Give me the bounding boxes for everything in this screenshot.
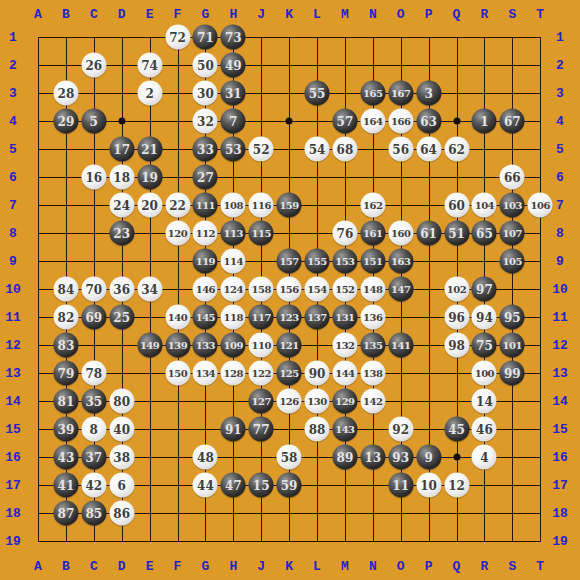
- stone-black-H15: 91: [221, 417, 246, 442]
- row-label-left: 19: [5, 535, 21, 548]
- row-label-left: 4: [9, 115, 17, 128]
- column-label-top: C: [90, 8, 98, 21]
- stone-white-N11: 136: [360, 305, 385, 330]
- stone-white-F13: 150: [165, 361, 190, 386]
- stone-black-M4: 57: [332, 109, 357, 134]
- stone-white-M12: 132: [332, 333, 357, 358]
- stone-black-O17: 11: [388, 473, 413, 498]
- stone-white-Q10: 102: [444, 277, 469, 302]
- stone-white-C2: 26: [81, 53, 106, 78]
- stone-black-G12: 133: [193, 333, 218, 358]
- column-label-bottom: D: [118, 560, 126, 573]
- column-label-bottom: J: [257, 560, 265, 573]
- stone-black-N8: 161: [360, 221, 385, 246]
- stone-white-L5: 54: [305, 137, 330, 162]
- stone-black-S11: 95: [500, 305, 525, 330]
- stone-white-D7: 24: [109, 193, 134, 218]
- column-label-bottom: P: [425, 560, 433, 573]
- column-label-bottom: B: [62, 560, 70, 573]
- column-label-bottom: N: [369, 560, 377, 573]
- row-label-right: 3: [556, 87, 564, 100]
- stone-white-N13: 138: [360, 361, 385, 386]
- row-label-right: 10: [552, 283, 568, 296]
- column-label-top: O: [397, 8, 405, 21]
- stone-black-H5: 53: [221, 137, 246, 162]
- stone-black-R4: 1: [472, 109, 497, 134]
- stone-black-C18: 85: [81, 501, 106, 526]
- stone-black-P4: 63: [416, 109, 441, 134]
- column-label-bottom: T: [536, 560, 544, 573]
- stone-white-K10: 156: [277, 277, 302, 302]
- stone-white-Q7: 60: [444, 193, 469, 218]
- stone-white-P17: 10: [416, 473, 441, 498]
- column-label-top: P: [425, 8, 433, 21]
- stone-white-D18: 86: [109, 501, 134, 526]
- column-label-top: F: [174, 8, 182, 21]
- stone-black-S9: 105: [500, 249, 525, 274]
- star-point-D4: [118, 118, 125, 125]
- stone-white-B3: 28: [53, 81, 78, 106]
- column-label-top: M: [341, 8, 349, 21]
- column-label-bottom: E: [146, 560, 154, 573]
- stone-black-S7: 103: [500, 193, 525, 218]
- stone-white-R15: 46: [472, 417, 497, 442]
- stone-white-K14: 126: [277, 389, 302, 414]
- stone-white-F8: 120: [165, 221, 190, 246]
- column-label-top: D: [118, 8, 126, 21]
- stone-black-O9: 163: [388, 249, 413, 274]
- row-label-right: 12: [552, 339, 568, 352]
- stone-white-N7: 162: [360, 193, 385, 218]
- stone-white-P5: 64: [416, 137, 441, 162]
- stone-white-O8: 160: [388, 221, 413, 246]
- row-label-left: 1: [9, 31, 17, 44]
- stone-white-Q11: 96: [444, 305, 469, 330]
- stone-white-G4: 32: [193, 109, 218, 134]
- stone-black-L9: 155: [305, 249, 330, 274]
- stone-white-C17: 42: [81, 473, 106, 498]
- row-label-left: 17: [5, 479, 21, 492]
- stone-black-M14: 129: [332, 389, 357, 414]
- column-label-top: Q: [453, 8, 461, 21]
- stone-black-K7: 159: [277, 193, 302, 218]
- stone-black-N16: 13: [360, 445, 385, 470]
- row-label-right: 7: [556, 199, 564, 212]
- row-label-left: 13: [5, 367, 21, 380]
- stone-black-M15: 143: [332, 417, 357, 442]
- stone-black-Q8: 51: [444, 221, 469, 246]
- column-label-top: J: [257, 8, 265, 21]
- stone-black-H17: 47: [221, 473, 246, 498]
- stone-black-J8: 115: [249, 221, 274, 246]
- stone-black-B16: 43: [53, 445, 78, 470]
- row-label-left: 12: [5, 339, 21, 352]
- column-label-bottom: L: [313, 560, 321, 573]
- stone-white-J7: 116: [249, 193, 274, 218]
- column-label-top: G: [201, 8, 209, 21]
- column-label-bottom: A: [34, 560, 42, 573]
- stone-white-D15: 40: [109, 417, 134, 442]
- stone-white-L14: 130: [305, 389, 330, 414]
- stone-white-J12: 110: [249, 333, 274, 358]
- row-label-left: 3: [9, 87, 17, 100]
- stone-black-H3: 31: [221, 81, 246, 106]
- stone-black-E6: 19: [137, 165, 162, 190]
- stone-black-P8: 61: [416, 221, 441, 246]
- stone-white-G16: 48: [193, 445, 218, 470]
- stone-white-J5: 52: [249, 137, 274, 162]
- row-label-right: 17: [552, 479, 568, 492]
- grid-line-horizontal: [38, 541, 541, 542]
- stone-black-H1: 73: [221, 25, 246, 50]
- stone-black-P3: 3: [416, 81, 441, 106]
- stone-white-B11: 82: [53, 305, 78, 330]
- stone-white-R13: 100: [472, 361, 497, 386]
- stone-white-E10: 34: [137, 277, 162, 302]
- stone-black-G9: 119: [193, 249, 218, 274]
- row-label-right: 4: [556, 115, 564, 128]
- stone-black-B12: 83: [53, 333, 78, 358]
- stone-white-N14: 142: [360, 389, 385, 414]
- stone-white-O4: 166: [388, 109, 413, 134]
- stone-black-B13: 79: [53, 361, 78, 386]
- stone-white-O15: 92: [388, 417, 413, 442]
- stone-black-Q15: 45: [444, 417, 469, 442]
- column-label-top: A: [34, 8, 42, 21]
- stone-white-L15: 88: [305, 417, 330, 442]
- stone-white-Q17: 12: [444, 473, 469, 498]
- stone-white-G2: 50: [193, 53, 218, 78]
- column-label-top: L: [313, 8, 321, 21]
- stone-black-H4: 7: [221, 109, 246, 134]
- stone-black-O12: 141: [388, 333, 413, 358]
- row-label-left: 6: [9, 171, 17, 184]
- stone-black-J11: 117: [249, 305, 274, 330]
- stone-black-C14: 35: [81, 389, 106, 414]
- stone-black-S13: 99: [500, 361, 525, 386]
- stone-white-R11: 94: [472, 305, 497, 330]
- stone-white-K16: 58: [277, 445, 302, 470]
- column-label-top: T: [536, 8, 544, 21]
- row-label-left: 10: [5, 283, 21, 296]
- stone-black-O3: 167: [388, 81, 413, 106]
- row-label-right: 2: [556, 59, 564, 72]
- column-label-bottom: C: [90, 560, 98, 573]
- stone-white-N10: 148: [360, 277, 385, 302]
- stone-black-R8: 65: [472, 221, 497, 246]
- stone-white-J10: 158: [249, 277, 274, 302]
- row-label-right: 11: [552, 311, 568, 324]
- stone-white-B10: 84: [53, 277, 78, 302]
- stone-black-G6: 27: [193, 165, 218, 190]
- stone-black-L11: 137: [305, 305, 330, 330]
- stone-white-G8: 112: [193, 221, 218, 246]
- stone-white-R14: 14: [472, 389, 497, 414]
- stone-white-Q5: 62: [444, 137, 469, 162]
- stone-black-M11: 131: [332, 305, 357, 330]
- stone-black-E5: 21: [137, 137, 162, 162]
- stone-white-T7: 106: [528, 193, 553, 218]
- row-label-left: 8: [9, 227, 17, 240]
- stone-white-F1: 72: [165, 25, 190, 50]
- column-label-bottom: F: [174, 560, 182, 573]
- stone-black-B15: 39: [53, 417, 78, 442]
- stone-white-E2: 74: [137, 53, 162, 78]
- stone-black-S8: 107: [500, 221, 525, 246]
- column-label-top: R: [480, 8, 488, 21]
- column-label-bottom: R: [480, 560, 488, 573]
- column-label-bottom: G: [201, 560, 209, 573]
- stone-black-C11: 69: [81, 305, 106, 330]
- stone-black-E12: 149: [137, 333, 162, 358]
- stone-black-L3: 55: [305, 81, 330, 106]
- column-label-top: B: [62, 8, 70, 21]
- stone-black-K12: 121: [277, 333, 302, 358]
- row-label-left: 15: [5, 423, 21, 436]
- stone-black-J15: 77: [249, 417, 274, 442]
- stone-black-H12: 109: [221, 333, 246, 358]
- stone-white-D17: 6: [109, 473, 134, 498]
- grid-line-vertical: [540, 37, 541, 542]
- stone-white-M10: 152: [332, 277, 357, 302]
- stone-black-K13: 125: [277, 361, 302, 386]
- stone-black-G7: 111: [193, 193, 218, 218]
- stone-white-L13: 90: [305, 361, 330, 386]
- star-point-K4: [286, 118, 293, 125]
- stone-black-C16: 37: [81, 445, 106, 470]
- row-label-right: 1: [556, 31, 564, 44]
- column-label-bottom: S: [508, 560, 516, 573]
- stone-black-G1: 71: [193, 25, 218, 50]
- stone-black-S12: 101: [500, 333, 525, 358]
- stone-white-H11: 118: [221, 305, 246, 330]
- row-label-left: 11: [5, 311, 21, 324]
- column-label-bottom: Q: [453, 560, 461, 573]
- stone-white-M8: 76: [332, 221, 357, 246]
- stone-white-D14: 80: [109, 389, 134, 414]
- stone-black-R10: 97: [472, 277, 497, 302]
- stone-black-N3: 165: [360, 81, 385, 106]
- stone-white-H13: 128: [221, 361, 246, 386]
- row-label-right: 8: [556, 227, 564, 240]
- stone-black-D11: 25: [109, 305, 134, 330]
- stone-black-H8: 113: [221, 221, 246, 246]
- row-label-right: 9: [556, 255, 564, 268]
- column-label-top: E: [146, 8, 154, 21]
- column-label-top: S: [508, 8, 516, 21]
- stone-black-K11: 123: [277, 305, 302, 330]
- row-label-left: 14: [5, 395, 21, 408]
- stone-black-B17: 41: [53, 473, 78, 498]
- column-label-top: H: [229, 8, 237, 21]
- stone-black-O16: 93: [388, 445, 413, 470]
- stone-black-K17: 59: [277, 473, 302, 498]
- stone-white-O5: 56: [388, 137, 413, 162]
- stone-white-J13: 122: [249, 361, 274, 386]
- stone-white-E3: 2: [137, 81, 162, 106]
- stone-white-S6: 66: [500, 165, 525, 190]
- stone-white-C10: 70: [81, 277, 106, 302]
- stone-white-F11: 140: [165, 305, 190, 330]
- stone-black-N9: 151: [360, 249, 385, 274]
- row-label-left: 16: [5, 451, 21, 464]
- stone-white-D10: 36: [109, 277, 134, 302]
- stone-white-C15: 8: [81, 417, 106, 442]
- star-point-Q16: [453, 454, 460, 461]
- stone-white-H9: 114: [221, 249, 246, 274]
- stone-white-D6: 18: [109, 165, 134, 190]
- stone-white-H10: 124: [221, 277, 246, 302]
- stone-white-D16: 38: [109, 445, 134, 470]
- stone-black-D5: 17: [109, 137, 134, 162]
- stone-black-J14: 127: [249, 389, 274, 414]
- row-label-right: 5: [556, 143, 564, 156]
- row-label-left: 2: [9, 59, 17, 72]
- row-label-right: 18: [552, 507, 568, 520]
- stone-black-R12: 75: [472, 333, 497, 358]
- row-label-left: 5: [9, 143, 17, 156]
- stone-black-C4: 5: [81, 109, 106, 134]
- row-label-right: 13: [552, 367, 568, 380]
- stone-black-G5: 33: [193, 137, 218, 162]
- stone-black-K9: 157: [277, 249, 302, 274]
- row-label-right: 16: [552, 451, 568, 464]
- stone-black-S4: 67: [500, 109, 525, 134]
- star-point-Q4: [453, 118, 460, 125]
- stone-black-D8: 23: [109, 221, 134, 246]
- stone-white-N4: 164: [360, 109, 385, 134]
- column-label-top: N: [369, 8, 377, 21]
- stone-black-J17: 15: [249, 473, 274, 498]
- stone-black-M9: 153: [332, 249, 357, 274]
- stone-white-C6: 16: [81, 165, 106, 190]
- row-label-left: 9: [9, 255, 17, 268]
- row-label-left: 7: [9, 199, 17, 212]
- column-label-bottom: O: [397, 560, 405, 573]
- stone-black-P16: 9: [416, 445, 441, 470]
- stone-black-O10: 147: [388, 277, 413, 302]
- stone-white-L10: 154: [305, 277, 330, 302]
- stone-black-N12: 135: [360, 333, 385, 358]
- column-label-top: K: [285, 8, 293, 21]
- column-label-bottom: H: [229, 560, 237, 573]
- stone-white-G17: 44: [193, 473, 218, 498]
- go-board[interactable]: AABBCCDDEEFFGGHHJJKKLLMMNNOOPPQQRRSSTT11…: [0, 0, 580, 580]
- row-label-left: 18: [5, 507, 21, 520]
- stone-black-H2: 49: [221, 53, 246, 78]
- stone-white-E7: 20: [137, 193, 162, 218]
- stone-white-M5: 68: [332, 137, 357, 162]
- stone-black-B4: 29: [53, 109, 78, 134]
- stone-white-M13: 144: [332, 361, 357, 386]
- stone-white-R7: 104: [472, 193, 497, 218]
- row-label-right: 19: [552, 535, 568, 548]
- stone-white-G13: 134: [193, 361, 218, 386]
- stone-white-Q12: 98: [444, 333, 469, 358]
- stone-black-M16: 89: [332, 445, 357, 470]
- column-label-bottom: M: [341, 560, 349, 573]
- stone-white-C13: 78: [81, 361, 106, 386]
- stone-white-H7: 108: [221, 193, 246, 218]
- column-label-bottom: K: [285, 560, 293, 573]
- stone-white-R16: 4: [472, 445, 497, 470]
- row-label-right: 15: [552, 423, 568, 436]
- stone-black-G11: 145: [193, 305, 218, 330]
- row-label-right: 6: [556, 171, 564, 184]
- stone-white-G10: 146: [193, 277, 218, 302]
- stone-black-F12: 139: [165, 333, 190, 358]
- stone-black-B18: 87: [53, 501, 78, 526]
- go-app-window: { "game": "go", "board_size": 19, "move_…: [0, 0, 580, 580]
- row-label-right: 14: [552, 395, 568, 408]
- stone-white-G3: 30: [193, 81, 218, 106]
- stone-white-F7: 22: [165, 193, 190, 218]
- stone-black-B14: 81: [53, 389, 78, 414]
